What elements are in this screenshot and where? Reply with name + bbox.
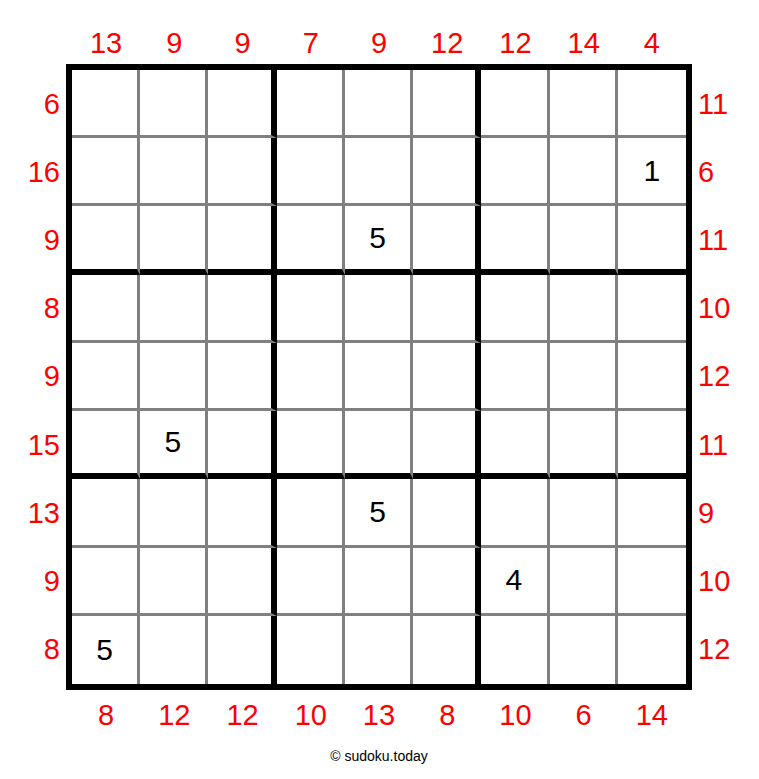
cell-r7c8[interactable] xyxy=(550,479,618,547)
clue-top-4: 7 xyxy=(277,24,345,62)
cell-r8c5[interactable] xyxy=(345,548,413,616)
clue-right-7: 9 xyxy=(692,479,758,547)
cell-r3c6[interactable] xyxy=(413,206,481,274)
cell-r6c7[interactable] xyxy=(481,411,549,479)
clue-bottom-5: 13 xyxy=(345,696,413,734)
cell-r1c9[interactable] xyxy=(618,70,686,138)
cell-r1c4[interactable] xyxy=(277,70,345,138)
cell-r8c3[interactable] xyxy=(208,548,276,616)
cell-r5c7[interactable] xyxy=(481,343,549,411)
cell-r6c2[interactable]: 5 xyxy=(140,411,208,479)
cell-r8c9[interactable] xyxy=(618,548,686,616)
cell-r7c3[interactable] xyxy=(208,479,276,547)
clue-left-2: 16 xyxy=(0,138,62,206)
clue-left-4: 8 xyxy=(0,275,62,343)
cell-r1c7[interactable] xyxy=(481,70,549,138)
cell-r8c2[interactable] xyxy=(140,548,208,616)
cell-r2c4[interactable] xyxy=(277,138,345,206)
cell-r9c1[interactable]: 5 xyxy=(72,616,140,684)
clue-bottom-3: 12 xyxy=(208,696,276,734)
given-digit: 5 xyxy=(96,633,113,667)
clue-right-3: 11 xyxy=(692,206,758,274)
cell-r4c1[interactable] xyxy=(72,275,140,343)
cell-r3c1[interactable] xyxy=(72,206,140,274)
cell-r6c5[interactable] xyxy=(345,411,413,479)
clue-left-7: 13 xyxy=(0,479,62,547)
cell-r5c9[interactable] xyxy=(618,343,686,411)
given-digit: 1 xyxy=(644,154,661,188)
cell-r1c3[interactable] xyxy=(208,70,276,138)
cell-r7c7[interactable] xyxy=(481,479,549,547)
cell-r9c2[interactable] xyxy=(140,616,208,684)
cell-r7c6[interactable] xyxy=(413,479,481,547)
clue-top-8: 14 xyxy=(550,24,618,62)
cell-r6c4[interactable] xyxy=(277,411,345,479)
clue-bottom-7: 10 xyxy=(481,696,549,734)
cell-r3c8[interactable] xyxy=(550,206,618,274)
clue-bottom-6: 8 xyxy=(413,696,481,734)
cell-r8c6[interactable] xyxy=(413,548,481,616)
cell-r9c4[interactable] xyxy=(277,616,345,684)
cell-r3c4[interactable] xyxy=(277,206,345,274)
cell-r8c4[interactable] xyxy=(277,548,345,616)
clue-top-2: 9 xyxy=(140,24,208,62)
cell-r1c1[interactable] xyxy=(72,70,140,138)
cell-r5c3[interactable] xyxy=(208,343,276,411)
cell-r2c6[interactable] xyxy=(413,138,481,206)
clue-left-9: 8 xyxy=(0,616,62,684)
clue-right-1: 11 xyxy=(692,70,758,138)
cell-r5c5[interactable] xyxy=(345,343,413,411)
clue-left-5: 9 xyxy=(0,343,62,411)
cell-r7c9[interactable] xyxy=(618,479,686,547)
clue-bottom-4: 10 xyxy=(277,696,345,734)
cell-r9c3[interactable] xyxy=(208,616,276,684)
cell-r8c7[interactable]: 4 xyxy=(481,548,549,616)
cell-r3c2[interactable] xyxy=(140,206,208,274)
cell-r2c8[interactable] xyxy=(550,138,618,206)
cell-r9c5[interactable] xyxy=(345,616,413,684)
cell-r6c9[interactable] xyxy=(618,411,686,479)
cell-r3c3[interactable] xyxy=(208,206,276,274)
clue-left-6: 15 xyxy=(0,411,62,479)
clue-bottom-2: 12 xyxy=(140,696,208,734)
copyright-text: © sudoku.today xyxy=(66,748,692,764)
clue-right-4: 10 xyxy=(692,275,758,343)
cell-r4c8[interactable] xyxy=(550,275,618,343)
cell-r4c6[interactable] xyxy=(413,275,481,343)
cell-r5c8[interactable] xyxy=(550,343,618,411)
cell-r9c8[interactable] xyxy=(550,616,618,684)
cell-r7c1[interactable] xyxy=(72,479,140,547)
clue-top-6: 12 xyxy=(413,24,481,62)
cell-r9c7[interactable] xyxy=(481,616,549,684)
cell-r5c4[interactable] xyxy=(277,343,345,411)
cell-r6c8[interactable] xyxy=(550,411,618,479)
given-digit: 4 xyxy=(506,563,523,597)
given-digit: 5 xyxy=(369,495,386,529)
cell-r4c3[interactable] xyxy=(208,275,276,343)
clue-bottom-8: 6 xyxy=(550,696,618,734)
left-clues: 616989151398 xyxy=(0,70,62,684)
given-digit: 5 xyxy=(164,425,181,459)
clue-top-7: 12 xyxy=(481,24,549,62)
cell-r6c1[interactable] xyxy=(72,411,140,479)
clue-top-3: 9 xyxy=(208,24,276,62)
cell-r4c4[interactable] xyxy=(277,275,345,343)
clue-top-1: 13 xyxy=(72,24,140,62)
cell-r2c1[interactable] xyxy=(72,138,140,206)
clue-right-5: 12 xyxy=(692,343,758,411)
cell-r5c6[interactable] xyxy=(413,343,481,411)
cell-r2c9[interactable]: 1 xyxy=(618,138,686,206)
puzzle-page: 1399791212144 616989151398 155545 116111… xyxy=(0,0,759,779)
clue-top-9: 4 xyxy=(618,24,686,62)
clue-top-5: 9 xyxy=(345,24,413,62)
cell-r3c5[interactable]: 5 xyxy=(345,206,413,274)
clue-bottom-9: 14 xyxy=(618,696,686,734)
top-clues: 1399791212144 xyxy=(72,24,686,62)
clue-right-2: 6 xyxy=(692,138,758,206)
cell-r1c8[interactable] xyxy=(550,70,618,138)
cell-r3c9[interactable] xyxy=(618,206,686,274)
bottom-clues: 812121013810614 xyxy=(72,696,686,734)
cell-r8c8[interactable] xyxy=(550,548,618,616)
cell-r2c2[interactable] xyxy=(140,138,208,206)
cell-r8c1[interactable] xyxy=(72,548,140,616)
cell-r7c2[interactable] xyxy=(140,479,208,547)
cell-r7c4[interactable] xyxy=(277,479,345,547)
clue-left-3: 9 xyxy=(0,206,62,274)
right-clues: 1161110121191012 xyxy=(692,70,758,684)
cell-r7c5[interactable]: 5 xyxy=(345,479,413,547)
cell-r2c3[interactable] xyxy=(208,138,276,206)
board: 155545 xyxy=(66,64,692,690)
clue-left-8: 9 xyxy=(0,548,62,616)
cell-r9c6[interactable] xyxy=(413,616,481,684)
cell-r4c9[interactable] xyxy=(618,275,686,343)
clue-bottom-1: 8 xyxy=(72,696,140,734)
clue-right-6: 11 xyxy=(692,411,758,479)
clue-right-9: 12 xyxy=(692,616,758,684)
cell-r2c5[interactable] xyxy=(345,138,413,206)
cell-r4c2[interactable] xyxy=(140,275,208,343)
cell-r3c7[interactable] xyxy=(481,206,549,274)
cell-r5c1[interactable] xyxy=(72,343,140,411)
cell-r1c5[interactable] xyxy=(345,70,413,138)
clue-left-1: 6 xyxy=(0,70,62,138)
cell-r4c5[interactable] xyxy=(345,275,413,343)
given-digit: 5 xyxy=(369,221,386,255)
cell-r6c6[interactable] xyxy=(413,411,481,479)
cell-r9c9[interactable] xyxy=(618,616,686,684)
clue-right-8: 10 xyxy=(692,548,758,616)
cell-r1c6[interactable] xyxy=(413,70,481,138)
cell-r4c7[interactable] xyxy=(481,275,549,343)
cell-r2c7[interactable] xyxy=(481,138,549,206)
cell-r1c2[interactable] xyxy=(140,70,208,138)
cell-r5c2[interactable] xyxy=(140,343,208,411)
cell-r6c3[interactable] xyxy=(208,411,276,479)
